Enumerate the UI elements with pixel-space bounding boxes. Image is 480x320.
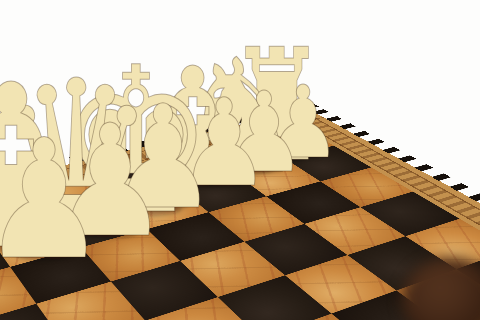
chess-set-photo: ♜♞♝♚♛♝♟♟♟♟♟♟ <box>0 0 480 320</box>
chess-piece-pawn: ♟ <box>0 104 107 296</box>
chess-pieces-layer: ♜♞♝♚♛♝♟♟♟♟♟♟ <box>0 0 480 320</box>
